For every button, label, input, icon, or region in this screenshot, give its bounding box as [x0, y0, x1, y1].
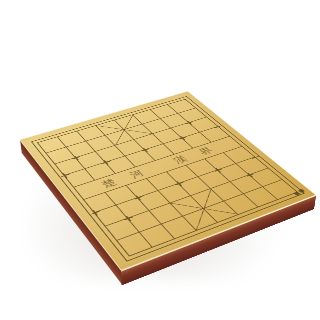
- product-photo-scene: 楚河 漢界: [0, 0, 320, 320]
